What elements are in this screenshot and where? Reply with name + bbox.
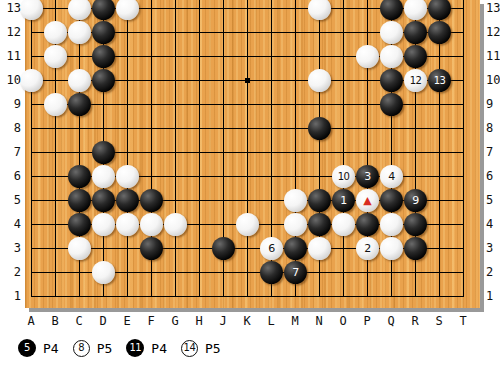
grid-line-row-5 [31,200,464,201]
row-label-right-1: 1 [486,289,500,303]
row-label-right-2: 2 [486,265,500,279]
move-caption: 5P48P511P414P5 [18,338,235,358]
row-label-left-4: 4 [0,217,21,231]
caption-stone-number: 5 [24,343,30,353]
row-label-left-1: 1 [0,289,21,303]
grid-line-row-8 [31,128,464,129]
grid-line-row-12 [31,32,464,33]
column-label-Q: Q [382,314,400,328]
row-label-left-6: 6 [0,169,21,183]
grid-line-col-O [343,0,344,297]
grid-line-col-S [439,0,440,297]
row-label-left-3: 3 [0,241,21,255]
row-label-right-4: 4 [486,217,500,231]
caption-stone-14: 14 [181,340,198,357]
column-label-B: B [46,314,64,328]
grid-line-col-D [103,0,104,297]
column-label-M: M [286,314,304,328]
grid-line-row-13 [31,8,464,9]
caption-stone-11: 11 [126,339,144,357]
grid-line-row-2 [31,272,464,273]
column-label-C: C [70,314,88,328]
row-label-right-3: 3 [486,241,500,255]
column-label-L: L [262,314,280,328]
column-label-F: F [142,314,160,328]
grid-line-col-P [367,0,368,297]
grid-line-col-N [319,0,320,297]
column-label-T: T [454,314,472,328]
grid-line-col-M [295,0,296,297]
column-label-R: R [406,314,424,328]
row-label-right-7: 7 [486,145,500,159]
caption-stone-8: 8 [73,340,90,357]
column-label-D: D [94,314,112,328]
column-label-K: K [238,314,256,328]
row-label-left-9: 9 [0,97,21,111]
column-label-A: A [22,314,40,328]
grid-line-row-4 [31,224,464,225]
star-point-K10 [245,78,250,83]
grid-line-col-L [271,0,272,297]
caption-point-text: P4 [43,341,59,356]
grid-line-row-11 [31,56,464,57]
grid-line-col-A [31,0,32,297]
caption-point-text: P4 [151,341,167,356]
column-label-N: N [310,314,328,328]
grid-line-col-B [55,0,56,297]
row-label-right-6: 6 [486,169,500,183]
row-label-right-10: 10 [486,73,500,87]
grid-line-col-K [247,0,248,297]
grid-line-col-C [79,0,80,297]
grid-line-row-9 [31,104,464,105]
row-label-left-10: 10 [0,73,21,87]
grid-line-col-J [223,0,224,297]
grid-line-row-7 [31,152,464,153]
grid-line-col-E [127,0,128,297]
go-board[interactable] [25,0,480,308]
row-label-left-12: 12 [0,25,21,39]
row-label-right-11: 11 [486,49,500,63]
row-label-right-8: 8 [486,121,500,135]
row-label-left-7: 7 [0,145,21,159]
row-label-right-13: 13 [486,1,500,15]
row-label-left-5: 5 [0,193,21,207]
column-label-J: J [214,314,232,328]
go-diagram-page: 121310341▲9627 1313121211111010998877665… [0,0,500,369]
grid-line-col-H [199,0,200,297]
grid-line-col-Q [391,0,392,297]
grid-line-col-T [463,0,464,297]
grid-line-row-1 [31,296,464,297]
column-label-O: O [334,314,352,328]
row-label-right-12: 12 [486,25,500,39]
grid-line-row-6 [31,176,464,177]
caption-stone-number: 8 [78,343,84,353]
row-label-left-2: 2 [0,265,21,279]
caption-point-text: P5 [205,341,221,356]
row-label-left-8: 8 [0,121,21,135]
column-label-E: E [118,314,136,328]
row-label-right-5: 5 [486,193,500,207]
caption-point-text: P5 [97,341,113,356]
column-label-G: G [166,314,184,328]
caption-stone-5: 5 [18,339,36,357]
row-label-left-11: 11 [0,49,21,63]
column-label-P: P [358,314,376,328]
row-label-left-13: 13 [0,1,21,15]
row-label-right-9: 9 [486,97,500,111]
column-label-S: S [430,314,448,328]
grid-line-col-F [151,0,152,297]
caption-stone-number: 14 [184,343,196,353]
caption-stone-number: 11 [129,343,141,353]
column-label-H: H [190,314,208,328]
grid-line-col-G [175,0,176,297]
grid-line-row-3 [31,248,464,249]
grid-line-col-R [415,0,416,297]
